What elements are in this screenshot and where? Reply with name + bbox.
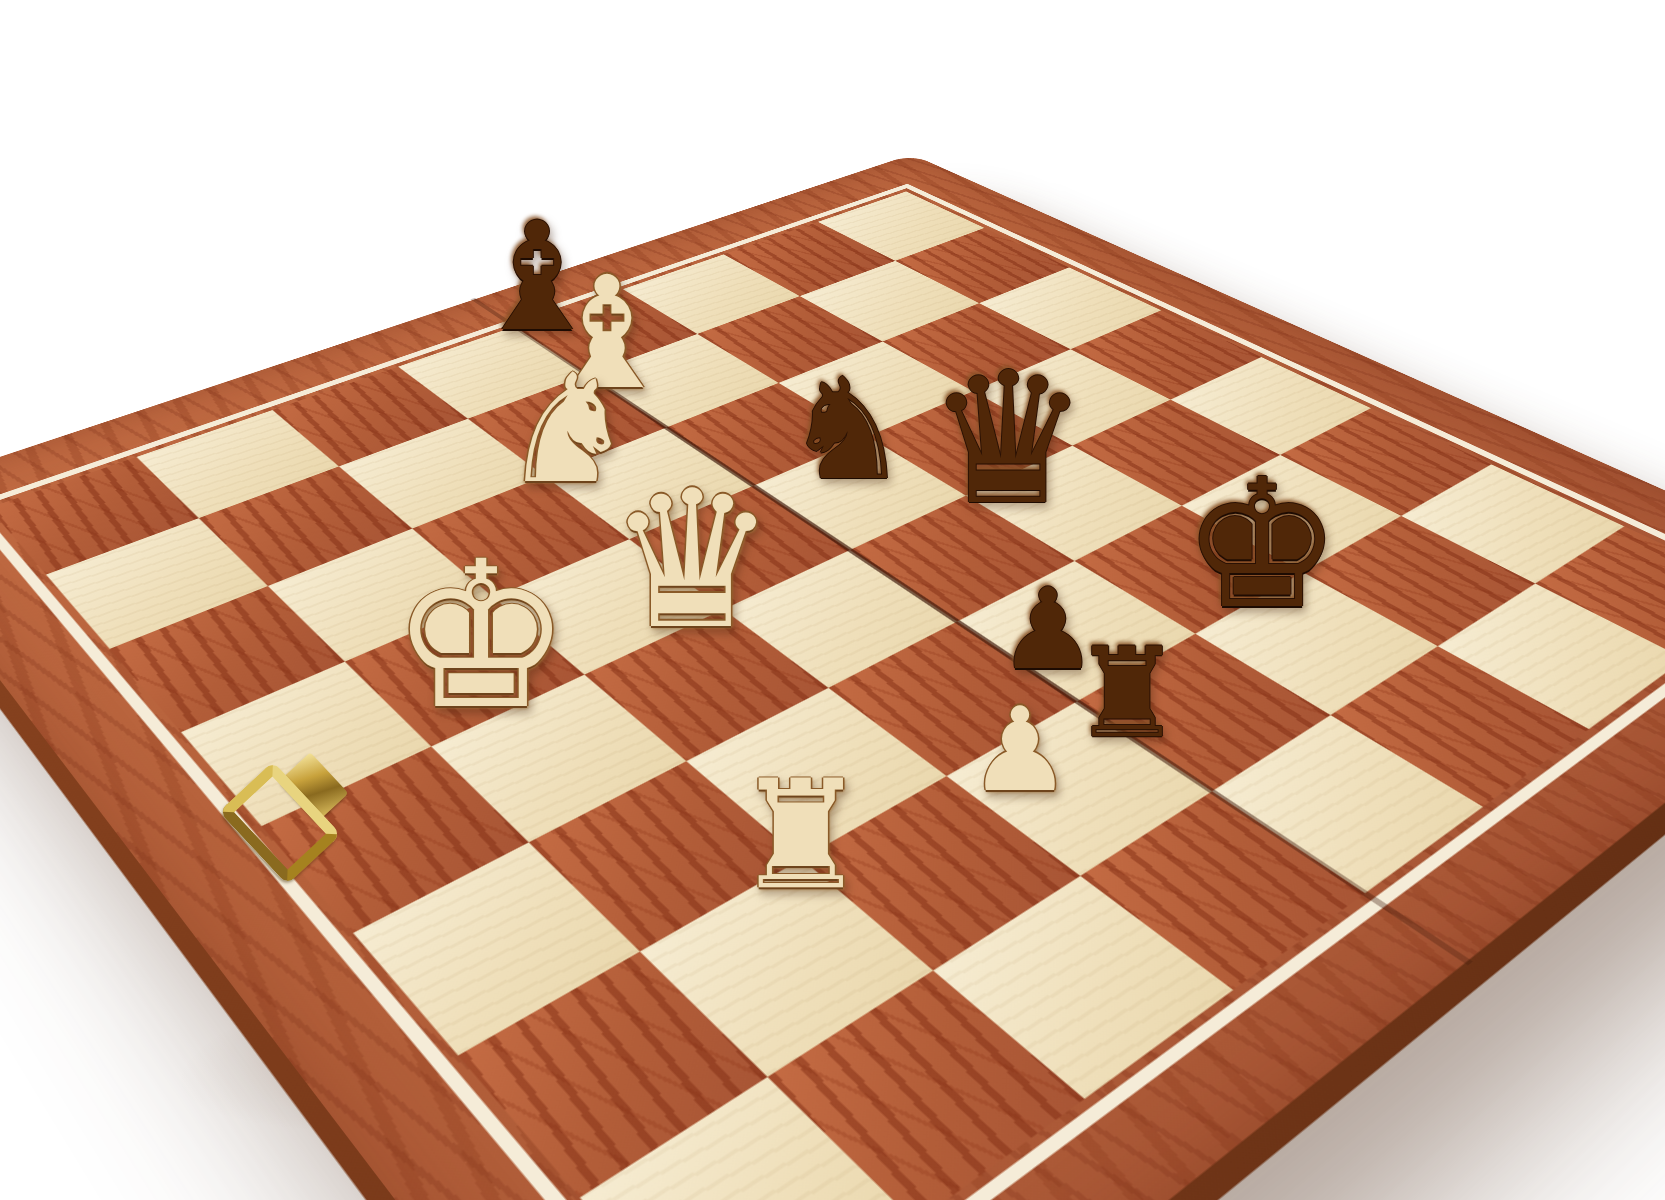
white-pawn-e1[interactable]: ♟ [968, 692, 1072, 808]
dark-rook-icon: ♜ [1071, 631, 1182, 755]
square-b1[interactable] [1438, 584, 1665, 730]
dark-knight-icon: ♞ [784, 360, 910, 500]
square-h2[interactable] [458, 952, 767, 1198]
white-pawn-icon: ♟ [968, 692, 1072, 808]
white-king-h4[interactable]: ♚ [390, 535, 572, 738]
square-e1[interactable] [1080, 791, 1365, 990]
square-h6[interactable] [110, 586, 345, 732]
dark-queen-icon: ♛ [926, 348, 1089, 530]
white-king-icon: ♚ [390, 535, 572, 738]
folding-chess-board [0, 154, 1665, 1200]
white-rook-icon: ♜ [734, 760, 868, 910]
white-queen-f4[interactable]: ♛ [607, 466, 777, 656]
square-h1[interactable] [580, 1077, 916, 1200]
square-h4[interactable] [262, 746, 529, 932]
square-c1[interactable] [1331, 646, 1589, 807]
black-knight-d5[interactable]: ♞ [784, 360, 910, 500]
square-f1[interactable] [933, 876, 1233, 1099]
product-photo-stage: ♝♝♞♞♛♚♛♚♟♜♟♜ [0, 0, 1665, 1200]
dark-king-icon: ♚ [1182, 456, 1342, 634]
square-g1[interactable] [768, 971, 1085, 1200]
black-king-b2[interactable]: ♚ [1182, 456, 1342, 634]
white-rook-g1[interactable]: ♜ [734, 760, 868, 910]
square-h3[interactable] [353, 842, 640, 1055]
black-queen-c4[interactable]: ♛ [926, 348, 1089, 530]
black-rook-d1[interactable]: ♜ [1071, 631, 1182, 755]
white-queen-icon: ♛ [607, 466, 777, 656]
square-d1[interactable] [1212, 715, 1483, 893]
